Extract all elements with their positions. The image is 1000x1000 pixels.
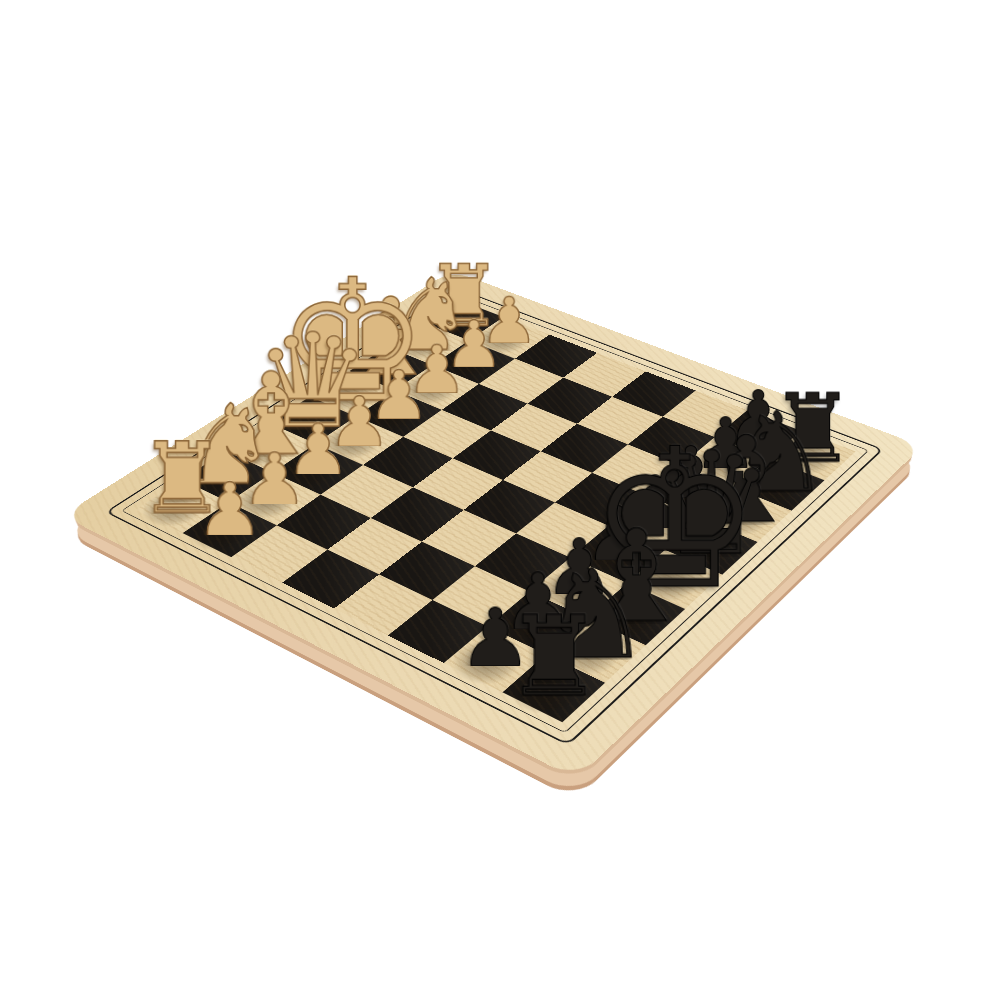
- chessboard: ♜♞♝♛♚♝♞♜♟♟♟♟♟♟♟♟♟♟♟♟♟♟♟♟♜♞♝♚♛♝♞♜: [62, 270, 922, 779]
- board-top-face: ♜♞♝♛♚♝♞♜♟♟♟♟♟♟♟♟♟♟♟♟♟♟♟♟♜♞♝♚♛♝♞♜: [62, 270, 922, 779]
- white-pawn-glyph: ♟: [116, 473, 344, 548]
- board-squares: ♜♞♝♛♚♝♞♜♟♟♟♟♟♟♟♟♟♟♟♟♟♟♟♟♜♞♝♚♛♝♞♜: [135, 300, 855, 722]
- photo-background: ♜♞♝♛♚♝♞♜♟♟♟♟♟♟♟♟♟♟♟♟♟♟♟♟♜♞♝♚♛♝♞♜: [0, 0, 1000, 1000]
- square-h8: ♜: [502, 654, 605, 722]
